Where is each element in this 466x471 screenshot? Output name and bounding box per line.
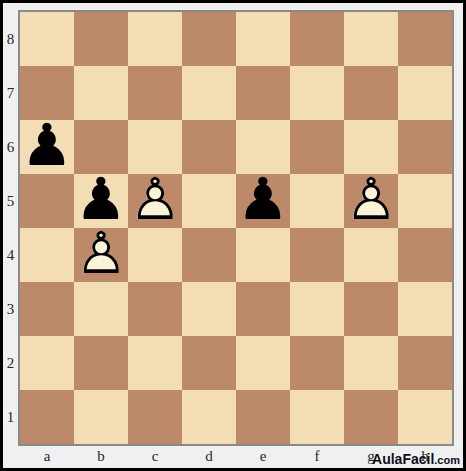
rank-label-8: 8 xyxy=(3,12,18,66)
square-e2[interactable] xyxy=(236,336,290,390)
file-label-e: e xyxy=(236,446,290,467)
file-label-c: c xyxy=(128,446,182,467)
square-h4[interactable] xyxy=(398,228,452,282)
square-f3[interactable] xyxy=(290,282,344,336)
square-h3[interactable] xyxy=(398,282,452,336)
square-h8[interactable] xyxy=(398,12,452,66)
square-f7[interactable] xyxy=(290,66,344,120)
square-g3[interactable] xyxy=(344,282,398,336)
square-a1[interactable] xyxy=(20,390,74,444)
white-pawn-outline: ♙ xyxy=(345,170,397,228)
square-d8[interactable] xyxy=(182,12,236,66)
white-pawn[interactable]: ♟♙ xyxy=(129,170,181,228)
square-e7[interactable] xyxy=(236,66,290,120)
square-b8[interactable] xyxy=(74,12,128,66)
square-a2[interactable] xyxy=(20,336,74,390)
file-label-f: f xyxy=(290,446,344,467)
white-pawn-outline: ♙ xyxy=(75,224,127,282)
white-pawn[interactable]: ♟♙ xyxy=(345,170,397,228)
square-e3[interactable] xyxy=(236,282,290,336)
square-c5[interactable]: ♟♙ xyxy=(128,174,182,228)
square-f5[interactable] xyxy=(290,174,344,228)
square-g1[interactable] xyxy=(344,390,398,444)
square-d3[interactable] xyxy=(182,282,236,336)
rank-label-1: 1 xyxy=(3,390,18,444)
watermark-suffix: .com xyxy=(434,454,460,466)
black-pawn[interactable]: ♟ xyxy=(21,116,73,174)
square-g5[interactable]: ♟♙ xyxy=(344,174,398,228)
watermark: AulaFacil.com xyxy=(372,451,460,467)
square-h5[interactable] xyxy=(398,174,452,228)
square-d7[interactable] xyxy=(182,66,236,120)
square-f8[interactable] xyxy=(290,12,344,66)
square-c8[interactable] xyxy=(128,12,182,66)
square-f2[interactable] xyxy=(290,336,344,390)
rank-label-2: 2 xyxy=(3,336,18,390)
square-h6[interactable] xyxy=(398,120,452,174)
square-c3[interactable] xyxy=(128,282,182,336)
black-pawn[interactable]: ♟ xyxy=(237,170,289,228)
square-c1[interactable] xyxy=(128,390,182,444)
square-g4[interactable] xyxy=(344,228,398,282)
chess-diagram: 87654321 ♟♟♟♙♟♟♙♟♙ abcdefgh AulaFacil.co… xyxy=(0,0,466,471)
square-g2[interactable] xyxy=(344,336,398,390)
square-h2[interactable] xyxy=(398,336,452,390)
square-f4[interactable] xyxy=(290,228,344,282)
file-label-b: b xyxy=(74,446,128,467)
square-a8[interactable] xyxy=(20,12,74,66)
rank-label-5: 5 xyxy=(3,174,18,228)
square-d4[interactable] xyxy=(182,228,236,282)
square-a5[interactable] xyxy=(20,174,74,228)
chess-board: ♟♟♟♙♟♟♙♟♙ xyxy=(20,12,452,444)
square-d2[interactable] xyxy=(182,336,236,390)
square-e1[interactable] xyxy=(236,390,290,444)
square-a4[interactable] xyxy=(20,228,74,282)
watermark-text: AulaFacil xyxy=(372,451,434,467)
rank-label-4: 4 xyxy=(3,228,18,282)
square-a3[interactable] xyxy=(20,282,74,336)
square-e8[interactable] xyxy=(236,12,290,66)
square-g7[interactable] xyxy=(344,66,398,120)
square-b3[interactable] xyxy=(74,282,128,336)
square-e5[interactable]: ♟ xyxy=(236,174,290,228)
square-h1[interactable] xyxy=(398,390,452,444)
square-c4[interactable] xyxy=(128,228,182,282)
square-b7[interactable] xyxy=(74,66,128,120)
square-b1[interactable] xyxy=(74,390,128,444)
file-label-d: d xyxy=(182,446,236,467)
square-a6[interactable]: ♟ xyxy=(20,120,74,174)
square-c2[interactable] xyxy=(128,336,182,390)
square-d5[interactable] xyxy=(182,174,236,228)
rank-label-6: 6 xyxy=(3,120,18,174)
square-d1[interactable] xyxy=(182,390,236,444)
square-b4[interactable]: ♟♙ xyxy=(74,228,128,282)
square-f6[interactable] xyxy=(290,120,344,174)
square-d6[interactable] xyxy=(182,120,236,174)
square-g8[interactable] xyxy=(344,12,398,66)
white-pawn-outline: ♙ xyxy=(129,170,181,228)
square-h7[interactable] xyxy=(398,66,452,120)
square-f1[interactable] xyxy=(290,390,344,444)
square-b2[interactable] xyxy=(74,336,128,390)
white-pawn[interactable]: ♟♙ xyxy=(75,224,127,282)
square-c7[interactable] xyxy=(128,66,182,120)
rank-label-3: 3 xyxy=(3,282,18,336)
rank-label-7: 7 xyxy=(3,66,18,120)
square-e4[interactable] xyxy=(236,228,290,282)
rank-labels: 87654321 xyxy=(3,12,18,444)
file-label-a: a xyxy=(20,446,74,467)
board-frame: ♟♟♟♙♟♟♙♟♙ xyxy=(18,10,454,446)
